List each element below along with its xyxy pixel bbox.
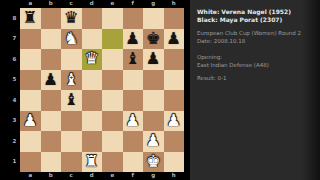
square-f5 [123, 70, 144, 91]
video-frame: abcdefgh 87654321 ♜♛♞♟♚♟♛♝♟♟♝♝♟♟♟♟♜♚ abc… [0, 0, 320, 180]
square-b6 [41, 49, 62, 70]
file-label-b: b [41, 172, 62, 180]
square-f6: ♝ [123, 49, 144, 70]
square-g2: ♟ [143, 131, 164, 152]
white-pawn-a3: ♟ [23, 112, 38, 129]
square-f4 [123, 90, 144, 111]
black-bishop-f6: ♝ [125, 51, 140, 68]
square-a6 [20, 49, 41, 70]
black-pawn-g6: ♟ [146, 51, 161, 68]
file-labels-top: abcdefgh [20, 0, 184, 8]
black-bishop-c4: ♝ [64, 92, 79, 109]
square-g5 [143, 70, 164, 91]
square-h6 [164, 49, 185, 70]
square-c6 [61, 49, 82, 70]
square-c8: ♛ [61, 8, 82, 29]
square-g6: ♟ [143, 49, 164, 70]
black-player-line: Black: Maya Porat (2307) [197, 16, 316, 24]
black-pawn-h7: ♟ [166, 30, 181, 47]
square-a3: ♟ [20, 111, 41, 132]
square-e8 [102, 8, 123, 29]
file-label-a: a [20, 0, 41, 8]
square-c4: ♝ [61, 90, 82, 111]
spacer [197, 45, 316, 53]
square-e4 [102, 90, 123, 111]
square-f2 [123, 131, 144, 152]
square-c1 [61, 152, 82, 173]
file-label-g: g [143, 0, 164, 8]
rank-label-1: 1 [9, 152, 20, 173]
square-b2 [41, 131, 62, 152]
game-info-panel: White: Verena Nagel (1952) Black: Maya P… [190, 0, 320, 180]
square-g4 [143, 90, 164, 111]
opening-name: East Indian Defense (A48) [197, 61, 316, 69]
square-a5 [20, 70, 41, 91]
square-c7: ♞ [61, 29, 82, 50]
square-b5: ♟ [41, 70, 62, 91]
black-queen-c8: ♛ [64, 10, 79, 27]
square-d2 [82, 131, 103, 152]
black-rook-a8: ♜ [23, 10, 38, 27]
white-rook-d1: ♜ [84, 153, 99, 170]
white-bishop-c5: ♝ [64, 71, 79, 88]
square-h1 [164, 152, 185, 173]
square-a4 [20, 90, 41, 111]
square-e5 [102, 70, 123, 91]
square-c3 [61, 111, 82, 132]
square-h3: ♟ [164, 111, 185, 132]
date-line: Date: 2008.10.18 [197, 37, 316, 45]
square-e6 [102, 49, 123, 70]
square-g8 [143, 8, 164, 29]
result-line: Result: 0-1 [197, 74, 316, 82]
file-label-e: e [102, 0, 123, 8]
opening-label: Opening: [197, 53, 316, 61]
rank-label-2: 2 [9, 131, 20, 152]
square-d4 [82, 90, 103, 111]
rank-label-8: 8 [9, 8, 20, 29]
square-g1: ♚ [143, 152, 164, 173]
rank-labels: 87654321 [9, 8, 20, 172]
square-e7 [102, 29, 123, 50]
file-label-g: g [143, 172, 164, 180]
square-a1 [20, 152, 41, 173]
rank-label-3: 3 [9, 111, 20, 132]
square-g7: ♚ [143, 29, 164, 50]
square-g3 [143, 111, 164, 132]
file-label-d: d [82, 172, 103, 180]
file-label-f: f [123, 0, 144, 8]
square-e3 [102, 111, 123, 132]
square-h8 [164, 8, 185, 29]
square-d7 [82, 29, 103, 50]
square-b1 [41, 152, 62, 173]
rank-label-7: 7 [9, 29, 20, 50]
square-e2 [102, 131, 123, 152]
file-label-a: a [20, 172, 41, 180]
file-label-h: h [164, 0, 185, 8]
square-f1 [123, 152, 144, 173]
square-d8 [82, 8, 103, 29]
white-knight-c7: ♞ [64, 30, 79, 47]
square-f7: ♟ [123, 29, 144, 50]
file-label-f: f [123, 172, 144, 180]
event-line: European Club Cup (Women) Round 2 [197, 29, 316, 37]
square-h2 [164, 131, 185, 152]
square-h4 [164, 90, 185, 111]
white-pawn-f3: ♟ [125, 112, 140, 129]
square-h7: ♟ [164, 29, 185, 50]
rank-label-4: 4 [9, 90, 20, 111]
square-a2 [20, 131, 41, 152]
white-player-line: White: Verena Nagel (1952) [197, 8, 316, 16]
square-c5: ♝ [61, 70, 82, 91]
square-b3 [41, 111, 62, 132]
square-a7 [20, 29, 41, 50]
white-pawn-g2: ♟ [146, 133, 161, 150]
black-king-g7: ♚ [146, 30, 161, 47]
file-label-c: c [61, 0, 82, 8]
black-pawn-b5: ♟ [43, 71, 58, 88]
square-c2 [61, 131, 82, 152]
rank-label-6: 6 [9, 49, 20, 70]
square-b8 [41, 8, 62, 29]
square-f8 [123, 8, 144, 29]
square-b4 [41, 90, 62, 111]
file-label-c: c [61, 172, 82, 180]
file-label-d: d [82, 0, 103, 8]
white-queen-d6: ♛ [84, 51, 99, 68]
square-h5 [164, 70, 185, 91]
file-label-b: b [41, 0, 62, 8]
square-b7 [41, 29, 62, 50]
square-d1: ♜ [82, 152, 103, 173]
file-labels-bottom: abcdefgh [20, 172, 184, 180]
white-king-g1: ♚ [146, 153, 161, 170]
black-pawn-f7: ♟ [125, 30, 140, 47]
square-f3: ♟ [123, 111, 144, 132]
white-pawn-h3: ♟ [166, 112, 181, 129]
square-a8: ♜ [20, 8, 41, 29]
square-d5 [82, 70, 103, 91]
chess-board: ♜♛♞♟♚♟♛♝♟♟♝♝♟♟♟♟♜♚ [20, 8, 184, 172]
square-d6: ♛ [82, 49, 103, 70]
square-d3 [82, 111, 103, 132]
rank-label-5: 5 [9, 70, 20, 91]
file-label-e: e [102, 172, 123, 180]
file-label-h: h [164, 172, 185, 180]
square-e1 [102, 152, 123, 173]
